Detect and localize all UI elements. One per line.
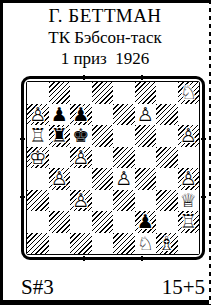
- square-e2: [113, 211, 135, 233]
- black-pawn: ♟♟: [135, 211, 157, 233]
- square-e6: [113, 125, 135, 147]
- square-f1: ♞♘: [135, 233, 157, 255]
- square-h7: [178, 104, 200, 126]
- square-a7: ♟♙: [27, 104, 49, 126]
- square-g1: ♝♗: [156, 233, 178, 255]
- frame-tick: [141, 256, 143, 261]
- card-border-bottom: [0, 300, 209, 305]
- square-a8: [27, 82, 49, 104]
- square-h3: ♛♕: [178, 190, 200, 212]
- square-h6: ♟♙: [178, 125, 200, 147]
- square-g4: [156, 168, 178, 190]
- square-e1: [113, 233, 135, 255]
- square-h4: ♟♙: [178, 168, 200, 190]
- white-pawn: ♟♙: [49, 168, 71, 190]
- square-a6: ♜♖: [27, 125, 49, 147]
- square-d2: [92, 211, 114, 233]
- caption: S#3 15+5: [21, 275, 205, 299]
- square-h8: ♞♘: [178, 82, 200, 104]
- white-rook: ♜♖: [178, 211, 200, 233]
- frame-tick: [201, 138, 206, 140]
- square-c1: [70, 233, 92, 255]
- square-c4: [70, 168, 92, 190]
- square-g6: [156, 125, 178, 147]
- square-a1: [27, 233, 49, 255]
- square-d4: [92, 168, 114, 190]
- square-b7: ♟♟: [49, 104, 71, 126]
- board-frame: ♞♘♟♙♟♟♟♟♟♙♜♖♜♜♚♚♟♙♚♔♟♙♟♙♟♙♟♙♟♙♛♕♟♟♜♖♞♘♝♗: [21, 76, 205, 260]
- black-king: ♚♚: [70, 125, 92, 147]
- black-pawn: ♟♟: [70, 104, 92, 126]
- white-pawn: ♟♙: [178, 168, 200, 190]
- piece-count-label: 15+5: [162, 275, 205, 299]
- square-b4: ♟♙: [49, 168, 71, 190]
- white-pawn: ♟♙: [113, 168, 135, 190]
- black-rook: ♜♜: [49, 125, 71, 147]
- square-c3: ♟♙: [70, 190, 92, 212]
- square-b1: [49, 233, 71, 255]
- square-a5: ♚♔: [27, 147, 49, 169]
- board-inner-border: ♞♘♟♙♟♟♟♟♟♙♜♖♜♜♚♚♟♙♚♔♟♙♟♙♟♙♟♙♟♙♛♕♟♟♜♖♞♘♝♗: [26, 81, 200, 255]
- square-e4: ♟♙: [113, 168, 135, 190]
- frame-tick: [141, 75, 143, 80]
- square-e3: [113, 190, 135, 212]
- square-a2: [27, 211, 49, 233]
- white-pawn: ♟♙: [178, 125, 200, 147]
- square-e7: [113, 104, 135, 126]
- square-g3: [156, 190, 178, 212]
- square-c2: [70, 211, 92, 233]
- square-f7: ♟♙: [135, 104, 157, 126]
- black-pawn: ♟♟: [49, 104, 71, 126]
- problem-card: Г. БЕТТМАН ТК Бэбсон-таск 1 приз 1926 ♞♘…: [0, 0, 222, 305]
- square-d7: [92, 104, 114, 126]
- white-rook: ♜♖: [27, 125, 49, 147]
- frame-tick: [83, 256, 85, 261]
- board-grid: ♞♘♟♙♟♟♟♟♟♙♜♖♜♜♚♚♟♙♚♔♟♙♟♙♟♙♟♙♟♙♛♕♟♟♜♖♞♘♝♗: [27, 82, 199, 254]
- square-b5: [49, 147, 71, 169]
- square-d3: [92, 190, 114, 212]
- square-b6: ♜♜: [49, 125, 71, 147]
- square-f3: [135, 190, 157, 212]
- square-h1: [178, 233, 200, 255]
- square-a4: [27, 168, 49, 190]
- frame-tick: [20, 138, 25, 140]
- square-c7: ♟♟: [70, 104, 92, 126]
- frame-tick: [83, 75, 85, 80]
- white-pawn: ♟♙: [70, 147, 92, 169]
- square-b3: [49, 190, 71, 212]
- header: Г. БЕТТМАН ТК Бэбсон-таск 1 приз 1926: [0, 4, 210, 69]
- square-e5: [113, 147, 135, 169]
- white-king: ♚♔: [27, 147, 49, 169]
- composer-name: Г. БЕТТМАН: [0, 4, 210, 27]
- square-g2: [156, 211, 178, 233]
- square-d5: [92, 147, 114, 169]
- square-h2: ♜♖: [178, 211, 200, 233]
- square-f2: ♟♟: [135, 211, 157, 233]
- white-bishop: ♝♗: [156, 233, 178, 255]
- square-f6: [135, 125, 157, 147]
- frame-tick: [20, 196, 25, 198]
- square-h5: [178, 147, 200, 169]
- square-f4: [135, 168, 157, 190]
- square-c8: [70, 82, 92, 104]
- square-e8: [113, 82, 135, 104]
- square-g5: [156, 147, 178, 169]
- stipulation-label: S#3: [21, 275, 54, 299]
- frame-tick: [201, 196, 206, 198]
- white-knight: ♞♘: [135, 233, 157, 255]
- square-b2: [49, 211, 71, 233]
- square-c5: ♟♙: [70, 147, 92, 169]
- square-d8: [92, 82, 114, 104]
- square-f8: [135, 82, 157, 104]
- tourney-name: ТК Бэбсон-таск: [0, 27, 210, 48]
- square-d1: [92, 233, 114, 255]
- square-f5: [135, 147, 157, 169]
- square-b8: [49, 82, 71, 104]
- square-a3: [27, 190, 49, 212]
- white-knight: ♞♘: [178, 82, 200, 104]
- white-pawn: ♟♙: [27, 104, 49, 126]
- square-c6: ♚♚: [70, 125, 92, 147]
- square-g7: [156, 104, 178, 126]
- white-queen: ♛♕: [178, 190, 200, 212]
- award-line: 1 приз 1926: [0, 48, 210, 69]
- square-g8: [156, 82, 178, 104]
- white-pawn: ♟♙: [70, 190, 92, 212]
- square-d6: [92, 125, 114, 147]
- card-border-top: [0, 0, 209, 3]
- white-pawn: ♟♙: [135, 104, 157, 126]
